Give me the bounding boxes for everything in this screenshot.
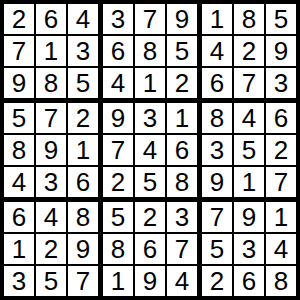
sudoku-cell-r8c9[interactable]: 4 xyxy=(266,234,296,264)
sudoku-cell-r6c2[interactable]: 3 xyxy=(36,167,66,197)
sudoku-cell-r3c2[interactable]: 8 xyxy=(36,68,66,98)
sudoku-cell-r4c3[interactable]: 2 xyxy=(68,103,98,133)
sudoku-cell-r8c8[interactable]: 3 xyxy=(234,234,264,264)
sudoku-cell-r4c5[interactable]: 3 xyxy=(135,103,165,133)
sudoku-cell-r3c5[interactable]: 1 xyxy=(135,68,165,98)
sudoku-cell-r5c7[interactable]: 3 xyxy=(202,135,232,165)
sudoku-cell-r2c8[interactable]: 2 xyxy=(234,36,264,66)
sudoku-cell-r6c8[interactable]: 1 xyxy=(234,167,264,197)
sudoku-box-2-2: 791534268 xyxy=(202,202,296,296)
sudoku-cell-r4c2[interactable]: 7 xyxy=(36,103,66,133)
sudoku-cell-r5c2[interactable]: 9 xyxy=(36,135,66,165)
sudoku-cell-r4c1[interactable]: 5 xyxy=(4,103,34,133)
sudoku-cell-r9c7[interactable]: 2 xyxy=(202,266,232,296)
sudoku-cell-r7c6[interactable]: 3 xyxy=(167,202,197,232)
sudoku-box-1-0: 572891436 xyxy=(4,103,98,197)
sudoku-cell-r5c9[interactable]: 2 xyxy=(266,135,296,165)
sudoku-board: 2647139853796854121854296735728914369317… xyxy=(0,0,300,300)
sudoku-cell-r5c1[interactable]: 8 xyxy=(4,135,34,165)
sudoku-cell-r6c5[interactable]: 5 xyxy=(135,167,165,197)
sudoku-cell-r5c3[interactable]: 1 xyxy=(68,135,98,165)
sudoku-cell-r9c6[interactable]: 4 xyxy=(167,266,197,296)
sudoku-cell-r7c2[interactable]: 4 xyxy=(36,202,66,232)
sudoku-cell-r2c2[interactable]: 1 xyxy=(36,36,66,66)
sudoku-cell-r6c1[interactable]: 4 xyxy=(4,167,34,197)
sudoku-cell-r3c4[interactable]: 4 xyxy=(103,68,133,98)
sudoku-cell-r4c4[interactable]: 9 xyxy=(103,103,133,133)
sudoku-cell-r6c9[interactable]: 7 xyxy=(266,167,296,197)
sudoku-cell-r7c8[interactable]: 9 xyxy=(234,202,264,232)
sudoku-cell-r1c9[interactable]: 5 xyxy=(266,4,296,34)
sudoku-cell-r5c5[interactable]: 4 xyxy=(135,135,165,165)
sudoku-cell-r1c2[interactable]: 6 xyxy=(36,4,66,34)
sudoku-cell-r6c4[interactable]: 2 xyxy=(103,167,133,197)
sudoku-cell-r2c6[interactable]: 5 xyxy=(167,36,197,66)
sudoku-cell-r3c8[interactable]: 7 xyxy=(234,68,264,98)
sudoku-cell-r1c1[interactable]: 2 xyxy=(4,4,34,34)
sudoku-cell-r9c1[interactable]: 3 xyxy=(4,266,34,296)
sudoku-cell-r3c1[interactable]: 9 xyxy=(4,68,34,98)
sudoku-cell-r6c7[interactable]: 9 xyxy=(202,167,232,197)
sudoku-box-0-1: 379685412 xyxy=(103,4,197,98)
sudoku-cell-r2c9[interactable]: 9 xyxy=(266,36,296,66)
sudoku-cell-r7c5[interactable]: 2 xyxy=(135,202,165,232)
sudoku-cell-r7c1[interactable]: 6 xyxy=(4,202,34,232)
sudoku-box-2-0: 648129357 xyxy=(4,202,98,296)
sudoku-cell-r6c3[interactable]: 6 xyxy=(68,167,98,197)
sudoku-cell-r4c9[interactable]: 6 xyxy=(266,103,296,133)
sudoku-cell-r2c4[interactable]: 6 xyxy=(103,36,133,66)
sudoku-cell-r3c9[interactable]: 3 xyxy=(266,68,296,98)
sudoku-box-2-1: 523867194 xyxy=(103,202,197,296)
sudoku-box-0-2: 185429673 xyxy=(202,4,296,98)
sudoku-cell-r1c5[interactable]: 7 xyxy=(135,4,165,34)
sudoku-cell-r2c5[interactable]: 8 xyxy=(135,36,165,66)
sudoku-cell-r4c7[interactable]: 8 xyxy=(202,103,232,133)
sudoku-cell-r2c7[interactable]: 4 xyxy=(202,36,232,66)
sudoku-cell-r7c3[interactable]: 8 xyxy=(68,202,98,232)
sudoku-cell-r5c8[interactable]: 5 xyxy=(234,135,264,165)
sudoku-cell-r1c7[interactable]: 1 xyxy=(202,4,232,34)
sudoku-cell-r8c5[interactable]: 6 xyxy=(135,234,165,264)
sudoku-cell-r8c2[interactable]: 2 xyxy=(36,234,66,264)
sudoku-cell-r9c9[interactable]: 8 xyxy=(266,266,296,296)
sudoku-cell-r1c4[interactable]: 3 xyxy=(103,4,133,34)
sudoku-cell-r4c6[interactable]: 1 xyxy=(167,103,197,133)
sudoku-cell-r6c6[interactable]: 8 xyxy=(167,167,197,197)
sudoku-cell-r9c2[interactable]: 5 xyxy=(36,266,66,296)
sudoku-cell-r3c6[interactable]: 2 xyxy=(167,68,197,98)
sudoku-box-1-1: 931746258 xyxy=(103,103,197,197)
sudoku-box-0-0: 264713985 xyxy=(4,4,98,98)
sudoku-cell-r8c7[interactable]: 5 xyxy=(202,234,232,264)
sudoku-cell-r2c3[interactable]: 3 xyxy=(68,36,98,66)
sudoku-cell-r9c4[interactable]: 1 xyxy=(103,266,133,296)
sudoku-cell-r1c6[interactable]: 9 xyxy=(167,4,197,34)
sudoku-cell-r9c8[interactable]: 6 xyxy=(234,266,264,296)
sudoku-cell-r4c8[interactable]: 4 xyxy=(234,103,264,133)
sudoku-cell-r5c6[interactable]: 6 xyxy=(167,135,197,165)
sudoku-cell-r8c4[interactable]: 8 xyxy=(103,234,133,264)
sudoku-cell-r7c7[interactable]: 7 xyxy=(202,202,232,232)
sudoku-box-1-2: 846352917 xyxy=(202,103,296,197)
sudoku-cell-r3c3[interactable]: 5 xyxy=(68,68,98,98)
sudoku-cell-r7c4[interactable]: 5 xyxy=(103,202,133,232)
sudoku-cell-r9c5[interactable]: 9 xyxy=(135,266,165,296)
sudoku-cell-r9c3[interactable]: 7 xyxy=(68,266,98,296)
sudoku-cell-r1c8[interactable]: 8 xyxy=(234,4,264,34)
sudoku-cell-r3c7[interactable]: 6 xyxy=(202,68,232,98)
sudoku-cell-r1c3[interactable]: 4 xyxy=(68,4,98,34)
sudoku-cell-r8c6[interactable]: 7 xyxy=(167,234,197,264)
sudoku-cell-r8c1[interactable]: 1 xyxy=(4,234,34,264)
sudoku-cell-r8c3[interactable]: 9 xyxy=(68,234,98,264)
sudoku-cell-r2c1[interactable]: 7 xyxy=(4,36,34,66)
sudoku-cell-r7c9[interactable]: 1 xyxy=(266,202,296,232)
sudoku-cell-r5c4[interactable]: 7 xyxy=(103,135,133,165)
